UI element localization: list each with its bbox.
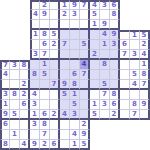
cell-r14c3[interactable]: 9 — [30, 140, 40, 150]
cell-r13c0[interactable] — [0, 130, 10, 140]
outside-area — [110, 120, 120, 130]
cell-r7c11[interactable] — [110, 70, 120, 80]
cell-r11c3[interactable]: 1 — [30, 110, 40, 120]
cell-r8c2[interactable]: 2 — [20, 80, 30, 90]
cell-r2c4[interactable] — [40, 20, 50, 30]
cell-r7c3[interactable]: 8 — [30, 70, 40, 80]
cell-r3c9[interactable] — [90, 30, 100, 40]
cell-r6c0[interactable]: 7 — [0, 60, 10, 70]
cell-r5c10[interactable] — [100, 50, 110, 60]
cell-r9c12[interactable] — [120, 90, 130, 100]
cell-r8c12[interactable] — [120, 80, 130, 90]
cell-r3c4[interactable]: 8 — [40, 30, 50, 40]
cell-r4c11[interactable]: 3 — [110, 40, 120, 50]
cell-r1c10[interactable] — [100, 10, 110, 20]
outside-area — [140, 130, 150, 140]
cell-r3c8[interactable] — [80, 30, 90, 40]
outside-area — [0, 30, 10, 40]
outside-area — [140, 140, 150, 150]
cell-r2c9[interactable]: 1 — [90, 20, 100, 30]
outside-area — [100, 120, 110, 130]
cell-r2c3[interactable] — [30, 20, 40, 30]
outside-area — [10, 10, 20, 20]
cell-r9c1[interactable]: 8 — [10, 90, 20, 100]
cell-r0c4[interactable]: 2 — [40, 0, 50, 10]
outside-area — [120, 0, 130, 10]
cell-r3c11[interactable]: 9 — [110, 30, 120, 40]
cell-r2c10[interactable]: 9 — [100, 20, 110, 30]
cell-r2c8[interactable] — [80, 20, 90, 30]
cell-r0c11[interactable]: 6 — [110, 0, 120, 10]
cell-r5c11[interactable] — [110, 50, 120, 60]
cell-r11c1[interactable]: 5 — [10, 110, 20, 120]
cell-r12c3[interactable]: 3 — [30, 120, 40, 130]
cell-r5c4[interactable]: 7 — [40, 50, 50, 60]
cell-r5c12[interactable]: 7 — [120, 50, 130, 60]
outside-area — [120, 120, 130, 130]
cell-r13c7[interactable]: 4 — [70, 130, 80, 140]
cell-r9c14[interactable] — [140, 90, 150, 100]
outside-area — [20, 40, 30, 50]
cell-r10c3[interactable]: 3 — [30, 100, 40, 110]
cell-r6c1[interactable]: 3 — [10, 60, 20, 70]
cell-r5c13[interactable]: 3 — [130, 50, 140, 60]
cell-r5c5[interactable] — [50, 50, 60, 60]
cell-r6c11[interactable] — [110, 60, 120, 70]
outside-area — [120, 130, 130, 140]
outside-area — [0, 50, 10, 60]
cell-r6c5[interactable] — [50, 60, 60, 70]
cell-r1c7[interactable]: 3 — [70, 10, 80, 20]
cell-r7c9[interactable] — [90, 70, 100, 80]
outside-area — [10, 50, 20, 60]
cell-r14c7[interactable]: 1 — [70, 140, 80, 150]
cell-r14c8[interactable]: 5 — [80, 140, 90, 150]
cell-r11c2[interactable] — [20, 110, 30, 120]
cell-r4c7[interactable] — [70, 40, 80, 50]
cell-r12c1[interactable] — [10, 120, 20, 130]
outside-area — [0, 20, 10, 30]
cell-r10c7[interactable]: 5 — [70, 100, 80, 110]
cell-r0c3[interactable] — [30, 0, 40, 10]
cell-r11c9[interactable]: 5 — [90, 110, 100, 120]
cell-r4c10[interactable]: 1 — [100, 40, 110, 50]
cell-r10c0[interactable]: 1 — [0, 100, 10, 110]
cell-r6c6[interactable] — [60, 60, 70, 70]
cell-r5c6[interactable] — [60, 50, 70, 60]
cell-r8c11[interactable] — [110, 80, 120, 90]
outside-area — [20, 50, 30, 60]
cell-r10c8[interactable] — [80, 100, 90, 110]
cell-r8c9[interactable] — [90, 80, 100, 90]
cell-r7c5[interactable] — [50, 70, 60, 80]
cell-r12c6[interactable] — [60, 120, 70, 130]
cell-r8c4[interactable] — [40, 80, 50, 90]
selected-cell-r6c8[interactable]: 4 — [80, 60, 90, 70]
cell-r8c6[interactable]: 9 — [60, 80, 70, 90]
cell-r4c14[interactable]: 2 — [140, 40, 150, 50]
cell-r10c11[interactable]: 6 — [110, 100, 120, 110]
cell-r12c7[interactable] — [70, 120, 80, 130]
cell-r7c8[interactable]: 7 — [80, 70, 90, 80]
outside-area — [130, 20, 140, 30]
cell-r13c1[interactable]: 1 — [10, 130, 20, 140]
cell-r0c5[interactable] — [50, 0, 60, 10]
cell-r8c10[interactable]: 5 — [100, 80, 110, 90]
outside-area — [110, 140, 120, 150]
cell-r11c0[interactable]: 9 — [0, 110, 10, 120]
cell-r8c8[interactable] — [80, 80, 90, 90]
outside-area — [0, 40, 10, 50]
outside-area — [100, 130, 110, 140]
cell-r12c0[interactable]: 6 — [0, 120, 10, 130]
outside-area — [140, 10, 150, 20]
outside-area — [20, 0, 30, 10]
cell-r12c2[interactable] — [20, 120, 30, 130]
cell-r11c8[interactable] — [80, 110, 90, 120]
cell-r5c14[interactable]: 4 — [140, 50, 150, 60]
outside-area — [90, 120, 100, 130]
cell-r1c6[interactable]: 2 — [60, 10, 70, 20]
outside-area — [140, 20, 150, 30]
cell-r8c0[interactable] — [0, 80, 10, 90]
outside-area — [10, 0, 20, 10]
outside-area — [20, 10, 30, 20]
cell-r4c9[interactable] — [90, 40, 100, 50]
cell-r10c14[interactable]: 9 — [140, 100, 150, 110]
cell-r8c14[interactable]: 7 — [140, 80, 150, 90]
cell-r4c8[interactable]: 5 — [80, 40, 90, 50]
outside-area — [90, 140, 100, 150]
cell-r6c9[interactable] — [90, 60, 100, 70]
cell-r9c6[interactable]: 5 — [60, 90, 70, 100]
cell-r8c13[interactable]: 4 — [130, 80, 140, 90]
cell-r14c2[interactable]: 4 — [20, 140, 30, 150]
cell-r11c13[interactable]: 7 — [130, 110, 140, 120]
outside-area — [100, 140, 110, 150]
cell-r14c4[interactable]: 2 — [40, 140, 50, 150]
cell-r9c7[interactable]: 1 — [70, 90, 80, 100]
cell-r0c7[interactable]: 9 — [70, 0, 80, 10]
cell-r3c14[interactable]: 5 — [140, 30, 150, 40]
sudoku-board: 2197436492358191854915627513623727347381… — [0, 0, 150, 150]
cell-r7c6[interactable] — [60, 70, 70, 80]
cell-r14c0[interactable]: 8 — [0, 140, 10, 150]
cell-r9c2[interactable]: 2 — [20, 90, 30, 100]
cell-r9c3[interactable]: 4 — [30, 90, 40, 100]
cell-r2c11[interactable] — [110, 20, 120, 30]
cell-r11c6[interactable]: 4 — [60, 110, 70, 120]
cell-r7c1[interactable] — [10, 70, 20, 80]
cell-r10c10[interactable]: 3 — [100, 100, 110, 110]
cell-r4c12[interactable]: 6 — [120, 40, 130, 50]
cell-r2c6[interactable] — [60, 20, 70, 30]
cell-r10c4[interactable] — [40, 100, 50, 110]
cell-r3c3[interactable]: 1 — [30, 30, 40, 40]
cell-r10c1[interactable] — [10, 100, 20, 110]
cell-r11c14[interactable] — [140, 110, 150, 120]
cell-r9c5[interactable] — [50, 90, 60, 100]
cell-r13c5[interactable] — [50, 130, 60, 140]
cell-r9c11[interactable]: 8 — [110, 90, 120, 100]
cell-r1c4[interactable]: 9 — [40, 10, 50, 20]
cell-r9c9[interactable] — [90, 90, 100, 100]
outside-area — [20, 30, 30, 40]
cell-r7c0[interactable]: 4 — [0, 70, 10, 80]
cell-r10c6[interactable] — [60, 100, 70, 110]
cell-r3c10[interactable]: 4 — [100, 30, 110, 40]
cell-r6c2[interactable]: 8 — [20, 60, 30, 70]
cell-r11c12[interactable] — [120, 110, 130, 120]
outside-area — [130, 140, 140, 150]
cell-r1c5[interactable] — [50, 10, 60, 20]
cell-r11c10[interactable] — [100, 110, 110, 120]
outside-area — [140, 0, 150, 10]
cell-r5c9[interactable]: 2 — [90, 50, 100, 60]
outside-area — [10, 30, 20, 40]
cell-r7c12[interactable] — [120, 70, 130, 80]
cell-r12c5[interactable] — [50, 120, 60, 130]
cell-r14c1[interactable] — [10, 140, 20, 150]
cell-r13c8[interactable]: 9 — [80, 130, 90, 140]
cell-r4c13[interactable] — [130, 40, 140, 50]
cell-r6c10[interactable]: 8 — [100, 60, 110, 70]
cell-r12c8[interactable]: 2 — [80, 120, 90, 130]
outside-area — [130, 10, 140, 20]
cell-r6c14[interactable]: 1 — [140, 60, 150, 70]
cell-r9c10[interactable]: 7 — [100, 90, 110, 100]
cell-r3c5[interactable]: 5 — [50, 30, 60, 40]
cell-r4c6[interactable]: 7 — [60, 40, 70, 50]
cell-r14c5[interactable]: 6 — [50, 140, 60, 150]
outside-area — [120, 10, 130, 20]
cell-r3c13[interactable]: 1 — [130, 30, 140, 40]
cell-r10c13[interactable]: 8 — [130, 100, 140, 110]
cell-r10c5[interactable] — [50, 100, 60, 110]
cell-r1c9[interactable]: 5 — [90, 10, 100, 20]
cell-r14c6[interactable] — [60, 140, 70, 150]
cell-r6c12[interactable] — [120, 60, 130, 70]
cell-r4c3[interactable] — [30, 40, 40, 50]
cell-r9c4[interactable] — [40, 90, 50, 100]
cell-r0c9[interactable]: 4 — [90, 0, 100, 10]
cell-r10c2[interactable]: 6 — [20, 100, 30, 110]
cell-r10c12[interactable] — [120, 100, 130, 110]
cell-r9c13[interactable] — [130, 90, 140, 100]
cell-r13c2[interactable] — [20, 130, 30, 140]
outside-area — [120, 140, 130, 150]
cell-r1c11[interactable]: 8 — [110, 10, 120, 20]
cell-r11c4[interactable]: 6 — [40, 110, 50, 120]
cell-r11c7[interactable]: 3 — [70, 110, 80, 120]
outside-area — [130, 130, 140, 140]
outside-area — [130, 0, 140, 10]
cell-r7c10[interactable] — [100, 70, 110, 80]
cell-r6c7[interactable] — [70, 60, 80, 70]
cell-r1c8[interactable] — [80, 10, 90, 20]
cell-r0c8[interactable]: 7 — [80, 0, 90, 10]
cell-r7c14[interactable]: 8 — [140, 70, 150, 80]
outside-area — [10, 20, 20, 30]
outside-area — [110, 130, 120, 140]
outside-area — [20, 20, 30, 30]
cell-r4c4[interactable]: 6 — [40, 40, 50, 50]
cell-r10c9[interactable]: 1 — [90, 100, 100, 110]
cell-r7c4[interactable]: 5 — [40, 70, 50, 80]
cell-r6c4[interactable]: 1 — [40, 60, 50, 70]
cell-r3c6[interactable] — [60, 30, 70, 40]
outside-area — [140, 120, 150, 130]
outside-area — [0, 0, 10, 10]
cell-r12c4[interactable]: 8 — [40, 120, 50, 130]
cell-r3c7[interactable] — [70, 30, 80, 40]
cell-r1c3[interactable]: 4 — [30, 10, 40, 20]
cell-r7c7[interactable]: 6 — [70, 70, 80, 80]
cell-r5c7[interactable] — [70, 50, 80, 60]
cell-r11c11[interactable]: 2 — [110, 110, 120, 120]
cell-r8c5[interactable]: 7 — [50, 80, 60, 90]
cell-r4c5[interactable]: 2 — [50, 40, 60, 50]
cell-r8c1[interactable] — [10, 80, 20, 90]
cell-r0c10[interactable]: 3 — [100, 0, 110, 10]
cell-r6c3[interactable] — [30, 60, 40, 70]
outside-area — [0, 10, 10, 20]
cell-r13c6[interactable] — [60, 130, 70, 140]
cell-r11c5[interactable]: 2 — [50, 110, 60, 120]
outside-area — [130, 120, 140, 130]
outside-area — [120, 20, 130, 30]
cell-r8c7[interactable]: 8 — [70, 80, 80, 90]
cell-r9c0[interactable]: 3 — [0, 90, 10, 100]
cell-r13c3[interactable] — [30, 130, 40, 140]
cell-r6c13[interactable] — [130, 60, 140, 70]
outside-area — [90, 130, 100, 140]
cell-r3c12[interactable] — [120, 30, 130, 40]
cell-r7c2[interactable] — [20, 70, 30, 80]
cell-r7c13[interactable]: 5 — [130, 70, 140, 80]
cell-r5c8[interactable] — [80, 50, 90, 60]
outside-area — [10, 40, 20, 50]
cell-r8c3[interactable] — [30, 80, 40, 90]
cell-r5c3[interactable]: 3 — [30, 50, 40, 60]
cell-r13c4[interactable]: 7 — [40, 130, 50, 140]
cell-r2c5[interactable] — [50, 20, 60, 30]
cell-r0c6[interactable]: 1 — [60, 0, 70, 10]
cell-r9c8[interactable] — [80, 90, 90, 100]
cell-r2c7[interactable] — [70, 20, 80, 30]
